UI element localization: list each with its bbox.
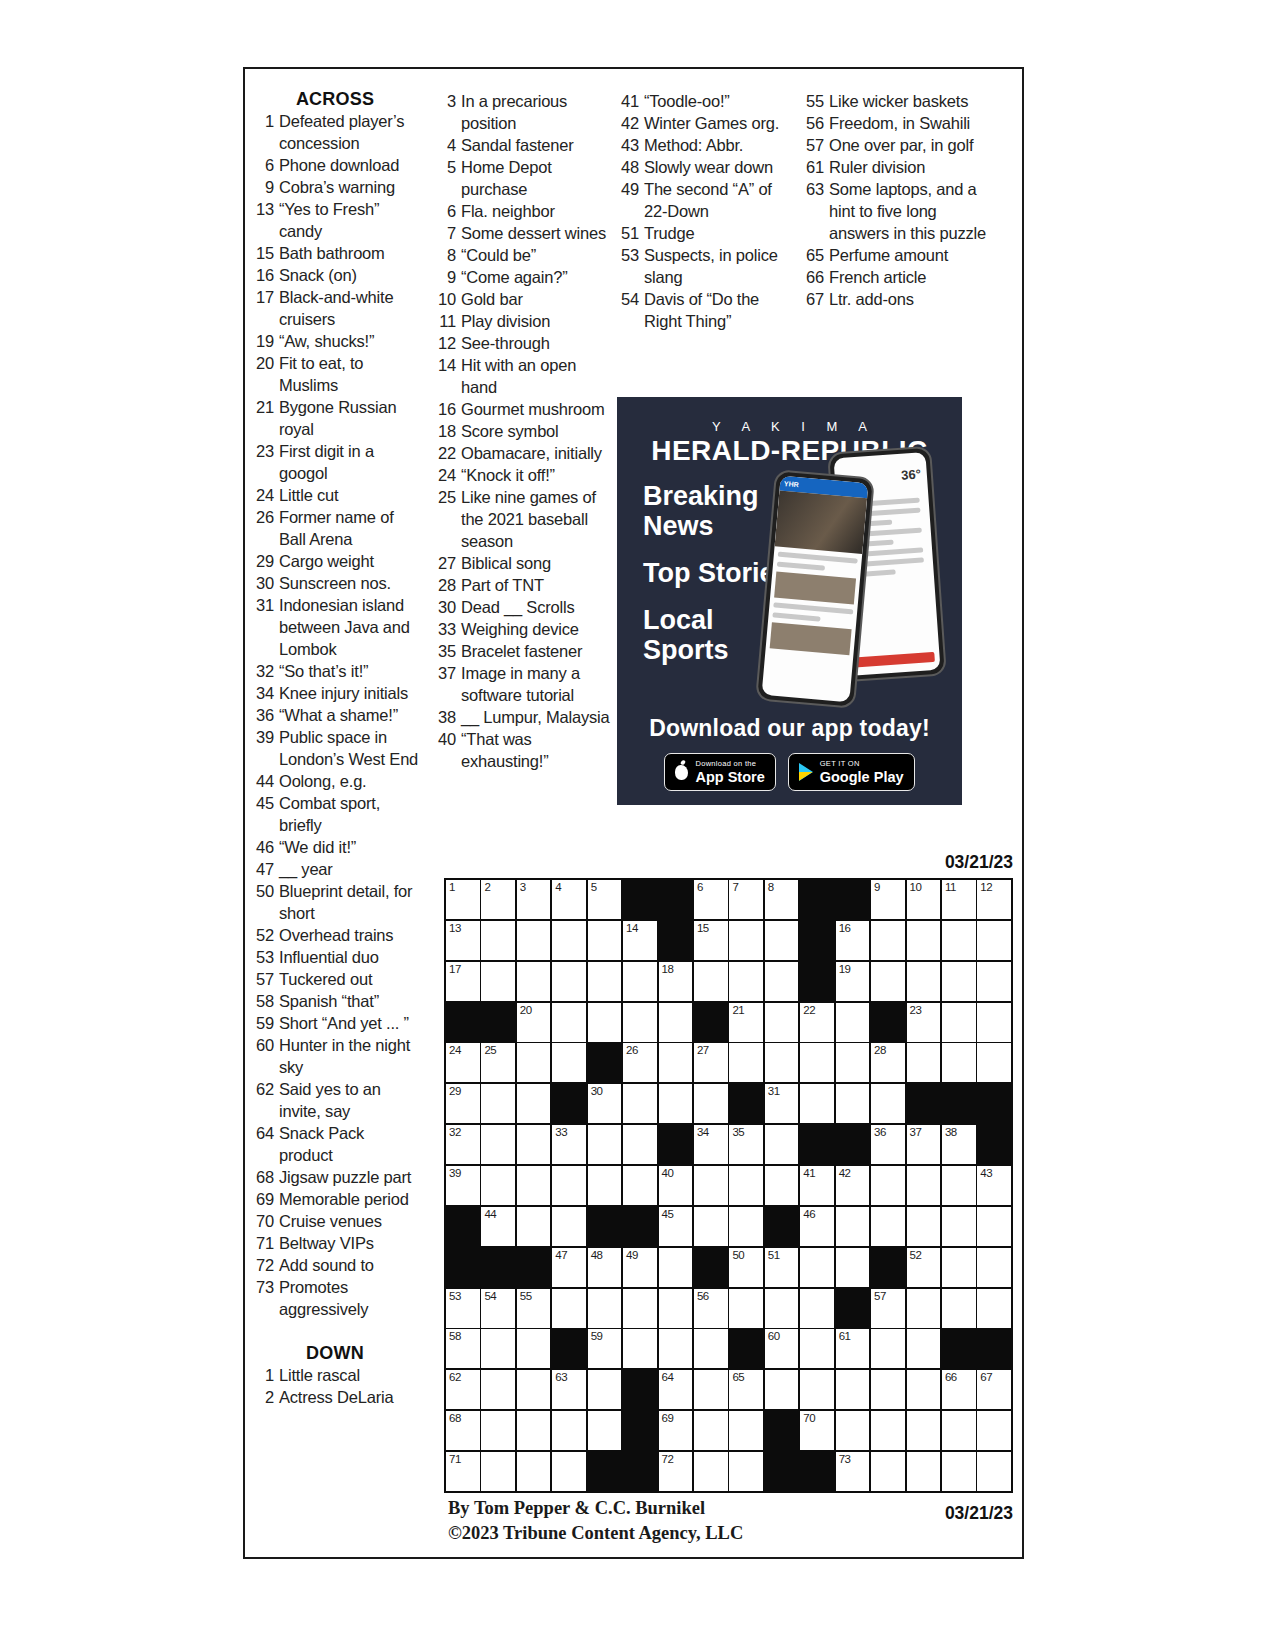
across-clue-6: 6Phone download bbox=[250, 154, 420, 176]
grid-cell[interactable] bbox=[871, 921, 905, 960]
grid-cell[interactable] bbox=[517, 1370, 551, 1409]
grid-cell[interactable]: 33 bbox=[552, 1125, 586, 1164]
grid-cell[interactable]: 29 bbox=[446, 1084, 480, 1123]
grid-cell[interactable] bbox=[552, 1003, 586, 1042]
grid-cell[interactable] bbox=[942, 1166, 976, 1205]
clue-number: 31 bbox=[250, 594, 279, 660]
grid-cell[interactable] bbox=[907, 1289, 941, 1328]
black-cell bbox=[694, 1003, 728, 1042]
grid-cell[interactable]: 8 bbox=[765, 880, 799, 919]
down-clue-list-4: 55Like wicker baskets56Freedom, in Swahi… bbox=[800, 90, 986, 310]
grid-cell[interactable] bbox=[942, 962, 976, 1001]
grid-cell[interactable]: 57 bbox=[871, 1289, 905, 1328]
clue-text: Little cut bbox=[279, 484, 420, 506]
black-cell bbox=[446, 1003, 480, 1042]
grid-cell[interactable]: 37 bbox=[907, 1125, 941, 1164]
grid-cell[interactable] bbox=[836, 1248, 870, 1287]
grid-cell[interactable] bbox=[800, 1370, 834, 1409]
down-clue-12: 12See-through bbox=[432, 332, 614, 354]
grid-cell[interactable] bbox=[623, 1003, 657, 1042]
grid-cell[interactable] bbox=[800, 1084, 834, 1123]
grid-cell[interactable] bbox=[517, 1329, 551, 1368]
grid-cell[interactable] bbox=[481, 1125, 515, 1164]
grid-cell[interactable] bbox=[729, 1166, 763, 1205]
grid-cell[interactable]: 56 bbox=[694, 1289, 728, 1328]
grid-cell[interactable]: 12 bbox=[977, 880, 1011, 919]
grid-cell[interactable] bbox=[765, 1370, 799, 1409]
cell-number: 5 bbox=[591, 881, 597, 893]
black-cell bbox=[977, 1329, 1011, 1368]
grid-cell[interactable] bbox=[942, 921, 976, 960]
clue-number: 4 bbox=[432, 134, 461, 156]
clue-number: 41 bbox=[615, 90, 644, 112]
grid-cell[interactable] bbox=[481, 1084, 515, 1123]
grid-cell[interactable] bbox=[836, 1411, 870, 1450]
grid-cell[interactable]: 14 bbox=[623, 921, 657, 960]
grid-cell[interactable]: 16 bbox=[836, 921, 870, 960]
black-cell bbox=[446, 1207, 480, 1246]
clue-number: 62 bbox=[250, 1078, 279, 1122]
down-clue-41: 41“Toodle-oo!” bbox=[615, 90, 795, 112]
clue-text: Defeated player’s concession bbox=[279, 110, 420, 154]
down-clue-24: 24“Knock it off!” bbox=[432, 464, 614, 486]
grid-cell[interactable] bbox=[481, 1411, 515, 1450]
copyright: ©2023 Tribune Content Agency, LLC bbox=[448, 1521, 743, 1546]
grid-cell[interactable]: 65 bbox=[729, 1370, 763, 1409]
herald-republic-app-ad[interactable]: Y A K I M A HERALD-REPUBLIC Breaking New… bbox=[617, 397, 962, 805]
grid-cell[interactable] bbox=[659, 1329, 693, 1368]
grid-cell[interactable] bbox=[871, 1370, 905, 1409]
black-cell bbox=[588, 1452, 622, 1491]
cell-number: 37 bbox=[910, 1126, 922, 1138]
black-cell bbox=[481, 1248, 515, 1287]
google-play-badge[interactable]: GET IT ON Google Play bbox=[788, 753, 915, 791]
grid-cell[interactable] bbox=[588, 1166, 622, 1205]
grid-cell[interactable] bbox=[871, 1411, 905, 1450]
grid-cell[interactable] bbox=[977, 1411, 1011, 1450]
clue-number: 32 bbox=[250, 660, 279, 682]
grid-cell[interactable]: 27 bbox=[694, 1043, 728, 1082]
grid-cell[interactable]: 54 bbox=[481, 1289, 515, 1328]
grid-cell[interactable] bbox=[694, 1166, 728, 1205]
clue-column-3: 41“Toodle-oo!”42Winter Games org.43Metho… bbox=[615, 90, 795, 332]
grid-cell[interactable] bbox=[729, 1289, 763, 1328]
grid-cell[interactable]: 40 bbox=[659, 1166, 693, 1205]
grid-cell[interactable] bbox=[765, 1003, 799, 1042]
grid-cell[interactable] bbox=[907, 962, 941, 1001]
grid-cell[interactable]: 18 bbox=[659, 962, 693, 1001]
grid-cell[interactable] bbox=[729, 962, 763, 1001]
grid-cell[interactable]: 31 bbox=[765, 1084, 799, 1123]
clue-number: 11 bbox=[432, 310, 461, 332]
grid-cell[interactable] bbox=[481, 1329, 515, 1368]
clue-number: 64 bbox=[250, 1122, 279, 1166]
grid-cell[interactable]: 9 bbox=[871, 880, 905, 919]
grid-cell[interactable] bbox=[623, 1125, 657, 1164]
grid-cell[interactable] bbox=[871, 1452, 905, 1491]
grid-cell[interactable] bbox=[659, 1289, 693, 1328]
grid-cell[interactable] bbox=[765, 962, 799, 1001]
grid-cell[interactable] bbox=[729, 1411, 763, 1450]
grid-cell[interactable] bbox=[588, 1003, 622, 1042]
grid-cell[interactable]: 59 bbox=[588, 1329, 622, 1368]
clue-text: Add sound to bbox=[279, 1254, 420, 1276]
across-clue-46: 46“We did it!” bbox=[250, 836, 420, 858]
grid-cell[interactable] bbox=[942, 1289, 976, 1328]
app-store-badge[interactable]: Download on the App Store bbox=[664, 753, 775, 791]
grid-cell[interactable]: 36 bbox=[871, 1125, 905, 1164]
byline-block: By Tom Pepper & C.C. Burnikel ©2023 Trib… bbox=[448, 1496, 743, 1546]
grid-cell[interactable]: 66 bbox=[942, 1370, 976, 1409]
grid-cell[interactable] bbox=[836, 1084, 870, 1123]
grid-cell[interactable]: 67 bbox=[977, 1370, 1011, 1409]
grid-cell[interactable] bbox=[481, 962, 515, 1001]
grid-cell[interactable]: 48 bbox=[588, 1248, 622, 1287]
clue-text: Said yes to an invite, say bbox=[279, 1078, 420, 1122]
grid-cell[interactable] bbox=[517, 1043, 551, 1082]
clue-text: Perfume amount bbox=[829, 244, 986, 266]
grid-cell[interactable]: 17 bbox=[446, 962, 480, 1001]
grid-cell[interactable]: 20 bbox=[517, 1003, 551, 1042]
grid-cell[interactable] bbox=[517, 1084, 551, 1123]
cell-number: 46 bbox=[803, 1208, 815, 1220]
grid-cell[interactable] bbox=[977, 1003, 1011, 1042]
grid-cell[interactable]: 25 bbox=[481, 1043, 515, 1082]
black-cell bbox=[517, 1248, 551, 1287]
grid-cell[interactable] bbox=[907, 921, 941, 960]
grid-cell[interactable]: 35 bbox=[729, 1125, 763, 1164]
grid-cell[interactable]: 61 bbox=[836, 1329, 870, 1368]
grid-cell[interactable]: 62 bbox=[446, 1370, 480, 1409]
clue-text: The second “A” of 22-Down bbox=[644, 178, 795, 222]
clue-text: “Yes to Fresh” candy bbox=[279, 198, 420, 242]
cell-number: 28 bbox=[874, 1044, 886, 1056]
clue-number: 5 bbox=[432, 156, 461, 200]
clue-number: 60 bbox=[250, 1034, 279, 1078]
grid-cell[interactable]: 7 bbox=[729, 880, 763, 919]
across-clue-60: 60Hunter in the night sky bbox=[250, 1034, 420, 1078]
grid-cell[interactable] bbox=[694, 1084, 728, 1123]
grid-cell[interactable] bbox=[623, 1084, 657, 1123]
grid-cell[interactable] bbox=[765, 1166, 799, 1205]
grid-cell[interactable] bbox=[836, 1207, 870, 1246]
grid-cell[interactable] bbox=[765, 1289, 799, 1328]
down-clue-67: 67Ltr. add-ons bbox=[800, 288, 986, 310]
clue-text: Bath bathroom bbox=[279, 242, 420, 264]
clue-number: 37 bbox=[432, 662, 461, 706]
grid-cell[interactable]: 64 bbox=[659, 1370, 693, 1409]
grid-cell[interactable] bbox=[659, 1003, 693, 1042]
clue-number: 57 bbox=[250, 968, 279, 990]
grid-cell[interactable]: 39 bbox=[446, 1166, 480, 1205]
clue-number: 1 bbox=[250, 110, 279, 154]
grid-cell[interactable] bbox=[694, 1207, 728, 1246]
cell-number: 23 bbox=[910, 1004, 922, 1016]
grid-cell[interactable] bbox=[800, 1043, 834, 1082]
grid-cell[interactable]: 24 bbox=[446, 1043, 480, 1082]
clue-number: 65 bbox=[800, 244, 829, 266]
phone-mockup-news: YHR bbox=[755, 469, 875, 709]
grid-cell[interactable]: 53 bbox=[446, 1289, 480, 1328]
down-clue-66: 66French article bbox=[800, 266, 986, 288]
grid-cell[interactable] bbox=[729, 921, 763, 960]
grid-cell[interactable]: 69 bbox=[659, 1411, 693, 1450]
grid-cell[interactable] bbox=[836, 1370, 870, 1409]
clue-text: In a precarious position bbox=[461, 90, 614, 134]
grid-cell[interactable]: 10 bbox=[907, 880, 941, 919]
grid-cell[interactable] bbox=[694, 1370, 728, 1409]
cell-number: 24 bbox=[449, 1044, 461, 1056]
grid-cell[interactable] bbox=[977, 1289, 1011, 1328]
down-clue-7: 7Some dessert wines bbox=[432, 222, 614, 244]
grid-cell[interactable] bbox=[800, 1329, 834, 1368]
black-cell bbox=[694, 1248, 728, 1287]
clue-number: 33 bbox=[432, 618, 461, 640]
grid-cell[interactable]: 44 bbox=[481, 1207, 515, 1246]
across-clue-29: 29Cargo weight bbox=[250, 550, 420, 572]
grid-cell[interactable] bbox=[871, 1166, 905, 1205]
grid-cell[interactable] bbox=[942, 1207, 976, 1246]
clue-number: 34 bbox=[250, 682, 279, 704]
grid-cell[interactable]: 43 bbox=[977, 1166, 1011, 1205]
grid-cell[interactable]: 2 bbox=[481, 880, 515, 919]
grid-cell[interactable]: 58 bbox=[446, 1329, 480, 1368]
grid-cell[interactable]: 23 bbox=[907, 1003, 941, 1042]
grid-cell[interactable] bbox=[836, 1043, 870, 1082]
grid-cell[interactable]: 11 bbox=[942, 880, 976, 919]
grid-cell[interactable] bbox=[977, 1452, 1011, 1491]
grid-cell[interactable] bbox=[694, 962, 728, 1001]
grid-cell[interactable] bbox=[588, 921, 622, 960]
clue-text: Jigsaw puzzle part bbox=[279, 1166, 420, 1188]
grid-cell[interactable] bbox=[871, 1329, 905, 1368]
grid-cell[interactable] bbox=[588, 1411, 622, 1450]
grid-cell[interactable] bbox=[694, 1329, 728, 1368]
clue-number: 70 bbox=[250, 1210, 279, 1232]
grid-cell[interactable]: 22 bbox=[800, 1003, 834, 1042]
black-cell bbox=[481, 1003, 515, 1042]
clue-number: 67 bbox=[800, 288, 829, 310]
grid-cell[interactable] bbox=[836, 1003, 870, 1042]
grid-cell[interactable] bbox=[729, 1207, 763, 1246]
clue-number: 17 bbox=[250, 286, 279, 330]
grid-cell[interactable] bbox=[517, 1411, 551, 1450]
clue-number: 26 bbox=[250, 506, 279, 550]
clue-number: 66 bbox=[800, 266, 829, 288]
clue-number: 50 bbox=[250, 880, 279, 924]
clue-number: 53 bbox=[615, 244, 644, 288]
grid-cell[interactable]: 3 bbox=[517, 880, 551, 919]
grid-cell[interactable]: 26 bbox=[623, 1043, 657, 1082]
grid-cell[interactable]: 19 bbox=[836, 962, 870, 1001]
grid-cell[interactable] bbox=[659, 1084, 693, 1123]
grid-cell[interactable] bbox=[552, 1452, 586, 1491]
grid-cell[interactable] bbox=[659, 1248, 693, 1287]
grid-cell[interactable]: 55 bbox=[517, 1289, 551, 1328]
clue-text: Short “And yet ... ” bbox=[279, 1012, 420, 1034]
grid-cell[interactable]: 28 bbox=[871, 1043, 905, 1082]
clue-number: 61 bbox=[800, 156, 829, 178]
grid-cell[interactable] bbox=[765, 1043, 799, 1082]
clue-text: Cobra’s warning bbox=[279, 176, 420, 198]
grid-cell[interactable] bbox=[729, 1452, 763, 1491]
grid-cell[interactable]: 73 bbox=[836, 1452, 870, 1491]
grid-cell[interactable] bbox=[481, 921, 515, 960]
grid-cell[interactable]: 68 bbox=[446, 1411, 480, 1450]
grid-cell[interactable] bbox=[977, 962, 1011, 1001]
clue-number: 20 bbox=[250, 352, 279, 396]
grid-cell[interactable] bbox=[552, 1166, 586, 1205]
grid-cell[interactable]: 13 bbox=[446, 921, 480, 960]
grid-cell[interactable] bbox=[623, 1166, 657, 1205]
grid-cell[interactable] bbox=[588, 1125, 622, 1164]
grid-cell[interactable]: 52 bbox=[907, 1248, 941, 1287]
grid-cell[interactable] bbox=[977, 921, 1011, 960]
clue-text: Tuckered out bbox=[279, 968, 420, 990]
grid-cell[interactable]: 34 bbox=[694, 1125, 728, 1164]
clue-number: 55 bbox=[800, 90, 829, 112]
grid-cell[interactable]: 1 bbox=[446, 880, 480, 919]
grid-cell[interactable] bbox=[942, 1043, 976, 1082]
clue-number: 21 bbox=[250, 396, 279, 440]
down-clue-8: 8“Could be” bbox=[432, 244, 614, 266]
grid-cell[interactable] bbox=[552, 921, 586, 960]
clue-text: Biblical song bbox=[461, 552, 614, 574]
grid-cell[interactable] bbox=[729, 1043, 763, 1082]
grid-cell[interactable] bbox=[552, 1289, 586, 1328]
grid-cell[interactable]: 49 bbox=[623, 1248, 657, 1287]
grid-cell[interactable] bbox=[481, 1166, 515, 1205]
grid-cell[interactable] bbox=[907, 1166, 941, 1205]
cell-number: 4 bbox=[555, 881, 561, 893]
clue-number: 54 bbox=[615, 288, 644, 332]
grid-cell[interactable] bbox=[517, 1207, 551, 1246]
cell-number: 62 bbox=[449, 1371, 461, 1383]
grid-cell[interactable]: 42 bbox=[836, 1166, 870, 1205]
cell-number: 22 bbox=[803, 1004, 815, 1016]
grid-cell[interactable] bbox=[907, 1043, 941, 1082]
grid-cell[interactable]: 41 bbox=[800, 1166, 834, 1205]
grid-cell[interactable] bbox=[517, 1166, 551, 1205]
grid-cell[interactable]: 51 bbox=[765, 1248, 799, 1287]
grid-cell[interactable] bbox=[907, 1329, 941, 1368]
grid-cell[interactable]: 15 bbox=[694, 921, 728, 960]
grid-cell[interactable] bbox=[907, 1207, 941, 1246]
grid-cell[interactable] bbox=[800, 1248, 834, 1287]
grid-cell[interactable]: 47 bbox=[552, 1248, 586, 1287]
cell-number: 33 bbox=[555, 1126, 567, 1138]
across-clue-53: 53Influential duo bbox=[250, 946, 420, 968]
grid-cell[interactable] bbox=[942, 1003, 976, 1042]
grid-cell[interactable] bbox=[942, 1411, 976, 1450]
clue-text: Bygone Russian royal bbox=[279, 396, 420, 440]
grid-cell[interactable] bbox=[588, 962, 622, 1001]
clue-number: 69 bbox=[250, 1188, 279, 1210]
grid-cell[interactable] bbox=[517, 1125, 551, 1164]
grid-cell[interactable]: 50 bbox=[729, 1248, 763, 1287]
grid-cell[interactable]: 32 bbox=[446, 1125, 480, 1164]
down-clue-33: 33Weighing device bbox=[432, 618, 614, 640]
grid-cell[interactable] bbox=[517, 921, 551, 960]
down-clue-42: 42Winter Games org. bbox=[615, 112, 795, 134]
grid-cell[interactable] bbox=[588, 1370, 622, 1409]
grid-cell[interactable]: 70 bbox=[800, 1411, 834, 1450]
grid-cell[interactable] bbox=[481, 1452, 515, 1491]
grid-cell[interactable] bbox=[871, 1207, 905, 1246]
grid-cell[interactable] bbox=[977, 1043, 1011, 1082]
down-clue-40: 40“That was exhausting!” bbox=[432, 728, 614, 772]
grid-cell[interactable]: 21 bbox=[729, 1003, 763, 1042]
cell-number: 52 bbox=[910, 1249, 922, 1261]
grid-cell[interactable] bbox=[977, 1248, 1011, 1287]
grid-cell[interactable] bbox=[517, 962, 551, 1001]
grid-cell[interactable] bbox=[623, 1329, 657, 1368]
cell-number: 72 bbox=[662, 1453, 674, 1465]
cell-number: 15 bbox=[697, 922, 709, 934]
cell-number: 48 bbox=[591, 1249, 603, 1261]
grid-cell[interactable] bbox=[977, 1207, 1011, 1246]
grid-cell[interactable]: 71 bbox=[446, 1452, 480, 1491]
grid-cell[interactable] bbox=[907, 1370, 941, 1409]
grid-cell[interactable] bbox=[552, 1411, 586, 1450]
grid-cell[interactable] bbox=[942, 1248, 976, 1287]
across-clue-23: 23First digit in a googol bbox=[250, 440, 420, 484]
clue-text: Weighing device bbox=[461, 618, 614, 640]
grid-cell[interactable]: 38 bbox=[942, 1125, 976, 1164]
clue-text: Ruler division bbox=[829, 156, 986, 178]
grid-cell[interactable]: 63 bbox=[552, 1370, 586, 1409]
crossword-page: ACROSS 1Defeated player’s concession6Pho… bbox=[0, 0, 1265, 1638]
grid-cell[interactable] bbox=[907, 1452, 941, 1491]
across-clue-73: 73Promotes aggressively bbox=[250, 1276, 420, 1320]
grid-cell[interactable]: 5 bbox=[588, 880, 622, 919]
clue-number: 27 bbox=[432, 552, 461, 574]
grid-cell[interactable] bbox=[588, 1289, 622, 1328]
grid-cell[interactable] bbox=[552, 962, 586, 1001]
grid-cell[interactable]: 46 bbox=[800, 1207, 834, 1246]
grid-cell[interactable]: 4 bbox=[552, 880, 586, 919]
grid-cell[interactable] bbox=[659, 1043, 693, 1082]
grid-cell[interactable] bbox=[765, 921, 799, 960]
grid-cell[interactable] bbox=[552, 1043, 586, 1082]
grid-cell[interactable] bbox=[517, 1452, 551, 1491]
grid-cell[interactable] bbox=[623, 962, 657, 1001]
clue-number: 7 bbox=[432, 222, 461, 244]
grid-cell[interactable] bbox=[800, 1289, 834, 1328]
grid-cell[interactable] bbox=[552, 1207, 586, 1246]
down-clue-10: 10Gold bar bbox=[432, 288, 614, 310]
grid-cell[interactable] bbox=[871, 1084, 905, 1123]
across-clue-58: 58Spanish “that” bbox=[250, 990, 420, 1012]
grid-cell[interactable] bbox=[481, 1370, 515, 1409]
grid-cell[interactable]: 30 bbox=[588, 1084, 622, 1123]
grid-cell[interactable]: 72 bbox=[659, 1452, 693, 1491]
clue-number: 51 bbox=[615, 222, 644, 244]
grid-cell[interactable] bbox=[694, 1452, 728, 1491]
grid-cell[interactable] bbox=[765, 1125, 799, 1164]
grid-cell[interactable] bbox=[871, 962, 905, 1001]
cell-number: 73 bbox=[839, 1453, 851, 1465]
grid-cell[interactable]: 60 bbox=[765, 1329, 799, 1368]
grid-cell[interactable] bbox=[907, 1411, 941, 1450]
grid-cell[interactable]: 6 bbox=[694, 880, 728, 919]
grid-cell[interactable] bbox=[694, 1411, 728, 1450]
cell-number: 40 bbox=[662, 1167, 674, 1179]
grid-cell[interactable]: 45 bbox=[659, 1207, 693, 1246]
across-clue-71: 71Beltway VIPs bbox=[250, 1232, 420, 1254]
grid-cell[interactable] bbox=[942, 1452, 976, 1491]
grid-cell[interactable] bbox=[623, 1289, 657, 1328]
